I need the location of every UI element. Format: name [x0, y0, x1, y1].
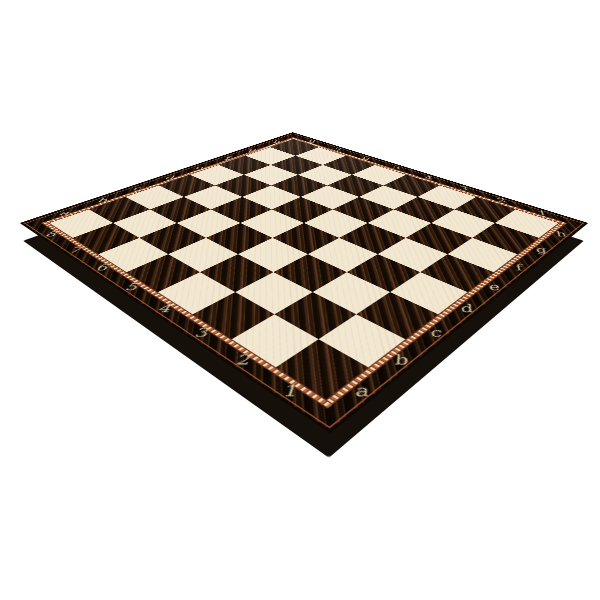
page-background: 87654321 87654321 hgfedcba hgfedcba: [0, 0, 600, 600]
playing-field: [49, 139, 558, 399]
board-scene: 87654321 87654321 hgfedcba hgfedcba: [103, 22, 505, 424]
